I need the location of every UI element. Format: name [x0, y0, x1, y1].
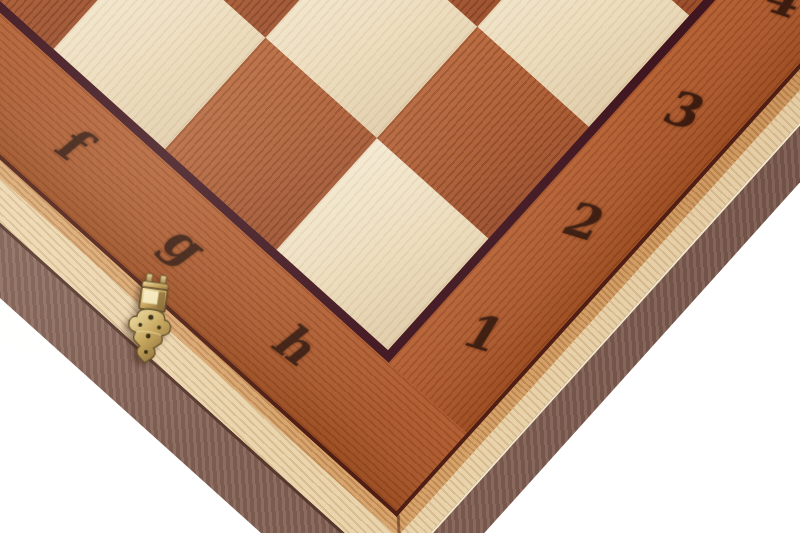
chess-box-photo: f g h 1 2 3 4 — [0, 0, 800, 533]
